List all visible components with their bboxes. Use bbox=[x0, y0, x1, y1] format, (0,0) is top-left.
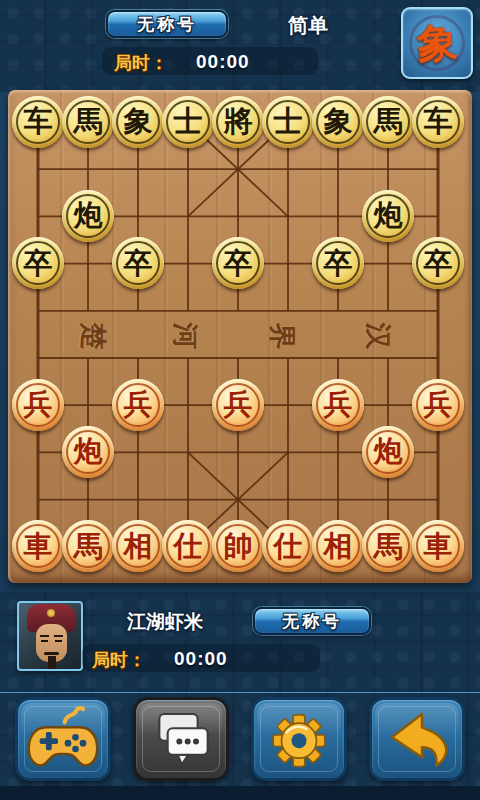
opponent-avatar: 象 bbox=[401, 7, 473, 79]
piece-black-chariot[interactable]: 车 bbox=[12, 96, 64, 148]
chat-button[interactable] bbox=[133, 697, 229, 781]
opponent-timer-value: 00:00 bbox=[196, 51, 250, 73]
player-title-badge[interactable]: 无称号 bbox=[253, 607, 371, 635]
piece-red-general[interactable]: 帥 bbox=[212, 520, 264, 572]
chat-icon bbox=[141, 704, 221, 774]
piece-red-soldier[interactable]: 兵 bbox=[212, 379, 264, 431]
bottom-strip bbox=[0, 786, 480, 800]
avatar-eye bbox=[41, 640, 48, 642]
opponent-timer-label: 局时： bbox=[114, 51, 168, 75]
player-name: 江湖虾米 bbox=[100, 609, 230, 635]
back-button[interactable] bbox=[369, 697, 465, 781]
piece-black-soldier[interactable]: 卒 bbox=[212, 237, 264, 289]
piece-red-horse[interactable]: 馬 bbox=[62, 520, 114, 572]
piece-red-cannon[interactable]: 炮 bbox=[362, 426, 414, 478]
avatar-goatee bbox=[48, 656, 56, 671]
opponent-title-badge[interactable]: 无称号 bbox=[106, 10, 228, 38]
piece-black-advisor[interactable]: 士 bbox=[262, 96, 314, 148]
piece-red-chariot[interactable]: 車 bbox=[412, 520, 464, 572]
piece-red-advisor[interactable]: 仕 bbox=[162, 520, 214, 572]
elephant-character-icon: 象 bbox=[415, 14, 459, 72]
avatar-mustache bbox=[44, 652, 59, 655]
game-menu-button[interactable] bbox=[15, 697, 111, 781]
piece-red-cannon[interactable]: 炮 bbox=[62, 426, 114, 478]
board-grid[interactable]: 车馬象士將士象馬车炮炮卒卒卒卒卒兵兵兵兵兵炮炮車馬相仕帥仕相馬車 bbox=[13, 98, 463, 570]
piece-black-horse[interactable]: 馬 bbox=[362, 96, 414, 148]
player-avatar bbox=[17, 601, 83, 671]
piece-red-advisor[interactable]: 仕 bbox=[262, 520, 314, 572]
piece-black-general[interactable]: 將 bbox=[212, 96, 264, 148]
piece-black-soldier[interactable]: 卒 bbox=[12, 237, 64, 289]
player-timer-value: 00:00 bbox=[174, 648, 228, 670]
piece-red-soldier[interactable]: 兵 bbox=[412, 379, 464, 431]
piece-black-cannon[interactable]: 炮 bbox=[362, 190, 414, 242]
xiangqi-board[interactable]: 楚河界汉 车馬象士將士象馬车炮炮卒卒卒卒卒兵兵兵兵兵炮炮車馬相仕帥仕相馬車 bbox=[8, 90, 472, 583]
piece-black-elephant[interactable]: 象 bbox=[112, 96, 164, 148]
piece-red-soldier[interactable]: 兵 bbox=[12, 379, 64, 431]
piece-red-chariot[interactable]: 車 bbox=[12, 520, 64, 572]
piece-black-elephant[interactable]: 象 bbox=[312, 96, 364, 148]
piece-black-soldier[interactable]: 卒 bbox=[312, 237, 364, 289]
settings-button[interactable] bbox=[251, 697, 347, 781]
piece-black-chariot[interactable]: 车 bbox=[412, 96, 464, 148]
piece-red-elephant[interactable]: 相 bbox=[312, 520, 364, 572]
back-arrow-icon bbox=[377, 704, 457, 774]
piece-black-cannon[interactable]: 炮 bbox=[62, 190, 114, 242]
avatar-brow bbox=[40, 635, 49, 637]
piece-red-elephant[interactable]: 相 bbox=[112, 520, 164, 572]
piece-red-soldier[interactable]: 兵 bbox=[112, 379, 164, 431]
gamepad-icon bbox=[23, 704, 103, 774]
avatar-brow bbox=[54, 635, 63, 637]
avatar-eye bbox=[55, 640, 62, 642]
piece-red-horse[interactable]: 馬 bbox=[362, 520, 414, 572]
difficulty-label: 简单 bbox=[248, 12, 368, 39]
piece-black-horse[interactable]: 馬 bbox=[62, 96, 114, 148]
piece-black-soldier[interactable]: 卒 bbox=[112, 237, 164, 289]
piece-black-advisor[interactable]: 士 bbox=[162, 96, 214, 148]
settings-gear-icon bbox=[259, 704, 339, 774]
player-timer-label: 局时： bbox=[92, 648, 146, 672]
piece-black-soldier[interactable]: 卒 bbox=[412, 237, 464, 289]
xiangqi-game-screen: 无称号 简单 局时： 00:00 象 bbox=[0, 0, 480, 800]
piece-red-soldier[interactable]: 兵 bbox=[312, 379, 364, 431]
